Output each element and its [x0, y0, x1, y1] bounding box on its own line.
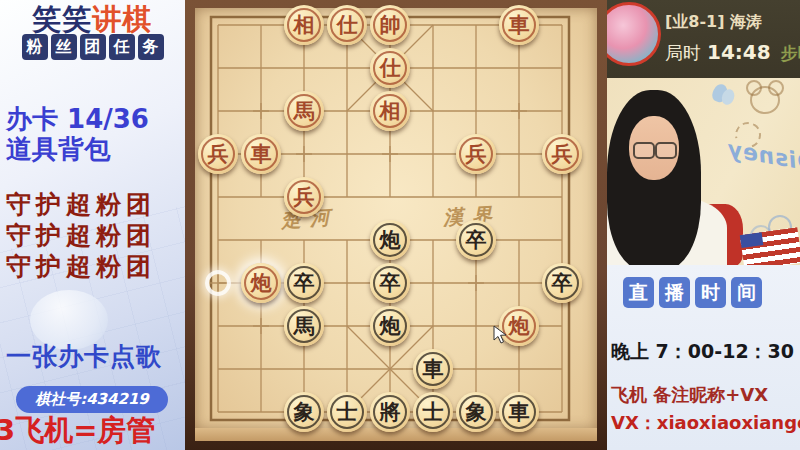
- game-clock-value: 14:48: [707, 40, 771, 64]
- move-clock-label: 步时: [781, 42, 800, 65]
- xiangqi-piece-red[interactable]: 兵: [284, 177, 324, 217]
- xiangqi-piece-red[interactable]: 兵: [542, 134, 582, 174]
- char-tile: 丝: [51, 34, 77, 60]
- piece-character: 兵: [552, 144, 573, 165]
- piece-character: 卒: [466, 230, 487, 251]
- live-time-tiles: 直播时间: [623, 277, 762, 308]
- char-tile: 播: [659, 277, 690, 308]
- game-clock-label: 局时: [665, 41, 701, 65]
- board-grid[interactable]: 相仕帥車仕馬相兵車兵兵兵炮卒炮卒卒卒馬炮炮車象士將士象車: [197, 4, 584, 434]
- xiangqi-piece-black[interactable]: 車: [413, 349, 453, 389]
- xiangqi-piece-red[interactable]: 車: [499, 5, 539, 45]
- piece-character: 卒: [294, 273, 315, 294]
- char-tile: 直: [623, 277, 654, 308]
- piece-character: 兵: [208, 144, 229, 165]
- piece-character: 炮: [509, 316, 530, 337]
- char-tile: 粉: [22, 34, 48, 60]
- piece-character: 車: [509, 402, 530, 423]
- char-tile: 团: [80, 34, 106, 60]
- piece-character: 炮: [380, 230, 401, 251]
- xiangqi-piece-black[interactable]: 將: [370, 392, 410, 432]
- char-tile: 务: [138, 34, 164, 60]
- xiangqi-piece-black[interactable]: 象: [456, 392, 496, 432]
- stream-screenshot: 笑笑讲棋 粉丝团任务 办卡 14/36 道具背包 守护超粉团 守护超粉团 守护超…: [0, 0, 800, 450]
- piece-character: 仕: [337, 15, 358, 36]
- stream-info-panel: 直播时间 晚上 7：00-12：30 飞机 备注昵称+VX VX：xiaoxia…: [607, 265, 800, 450]
- club-id-badge: 棋社号:434219: [16, 386, 168, 413]
- xiangqi-piece-red[interactable]: 兵: [456, 134, 496, 174]
- player-name: [业8-1] 海涛: [665, 12, 762, 33]
- guard-line-1: 守护超粉团: [6, 188, 156, 221]
- piece-character: 車: [251, 144, 272, 165]
- xiangqi-piece-black[interactable]: 卒: [542, 263, 582, 303]
- flag-shape: [740, 227, 800, 265]
- piece-character: 車: [509, 15, 530, 36]
- piece-character: 相: [380, 101, 401, 122]
- piece-character: 兵: [466, 144, 487, 165]
- piece-character: 兵: [294, 187, 315, 208]
- move-highlight-ring: [205, 270, 231, 296]
- xiangqi-piece-black[interactable]: 炮: [370, 306, 410, 346]
- item-bag-label: 道具背包: [6, 132, 110, 167]
- fan-club-task-tiles: 粉丝团任务: [0, 34, 185, 60]
- xiangqi-piece-black[interactable]: 卒: [456, 220, 496, 260]
- xiangqi-piece-black[interactable]: 士: [327, 392, 367, 432]
- guard-line-2: 守护超粉团: [6, 219, 156, 252]
- channel-title-part2: 讲棋: [93, 2, 153, 36]
- left-sidebar: 笑笑讲棋 粉丝团任务 办卡 14/36 道具背包 守护超粉团 守护超粉团 守护超…: [0, 0, 185, 450]
- piece-character: 相: [294, 15, 315, 36]
- webcam-feed: Disney: [607, 78, 800, 265]
- fly-note-text: 飞机 备注昵称+VX: [611, 383, 768, 407]
- player-info-header: [业8-1] 海涛 局时 14:48 步时: [607, 0, 800, 78]
- bear-doodle-icon: [750, 86, 780, 114]
- song-request-line: 一张办卡点歌: [6, 340, 162, 373]
- piece-character: 炮: [251, 273, 272, 294]
- vx-contact-text: VX：xiaoxiaoxiangqi: [611, 411, 800, 435]
- piece-character: 象: [294, 402, 315, 423]
- piece-character: 士: [337, 402, 358, 423]
- piece-character: 卒: [552, 273, 573, 294]
- char-tile: 间: [731, 277, 762, 308]
- xiangqi-piece-red[interactable]: 相: [370, 91, 410, 131]
- right-panel: [业8-1] 海涛 局时 14:48 步时 Disney 直播时间 晚上 7：0…: [607, 0, 800, 450]
- xiangqi-piece-black[interactable]: 卒: [370, 263, 410, 303]
- xiangqi-piece-red[interactable]: 仕: [327, 5, 367, 45]
- xiangqi-piece-black[interactable]: 象: [284, 392, 324, 432]
- piece-character: 車: [423, 359, 444, 380]
- xiangqi-piece-black[interactable]: 炮: [370, 220, 410, 260]
- schedule-text: 晚上 7：00-12：30: [611, 339, 794, 365]
- xiangqi-piece-red[interactable]: 炮: [241, 263, 281, 303]
- player-avatar[interactable]: [607, 2, 661, 66]
- xiangqi-piece-red[interactable]: 車: [241, 134, 281, 174]
- xiangqi-piece-red[interactable]: 兵: [198, 134, 238, 174]
- xiangqi-piece-black[interactable]: 馬: [284, 306, 324, 346]
- xiangqi-piece-red[interactable]: 仕: [370, 48, 410, 88]
- streamer-glasses: [633, 142, 677, 157]
- piece-character: 士: [423, 402, 444, 423]
- piece-character: 炮: [380, 316, 401, 337]
- char-tile: 任: [109, 34, 135, 60]
- xiangqi-piece-red[interactable]: 帥: [370, 5, 410, 45]
- clock-row: 局时 14:48 步时: [665, 40, 800, 65]
- butterfly-doodle-icon: [710, 82, 729, 104]
- xiangqi-board-panel: 楚河 漢界 相仕帥車仕馬相兵車兵兵兵炮卒炮卒卒卒馬炮炮車象士將士象車: [185, 0, 607, 450]
- guard-line-3: 守护超粉团: [6, 250, 156, 283]
- piece-character: 馬: [294, 101, 315, 122]
- mouse-cursor-icon: [493, 325, 509, 345]
- piece-character: 將: [380, 402, 401, 423]
- piece-character: 馬: [294, 316, 315, 337]
- plane-admin-line: 3飞机=房管: [0, 411, 155, 450]
- piece-character: 帥: [380, 15, 401, 36]
- xiangqi-piece-black[interactable]: 卒: [284, 263, 324, 303]
- char-tile: 时: [695, 277, 726, 308]
- piece-character: 象: [466, 402, 487, 423]
- piece-character: 卒: [380, 273, 401, 294]
- xiangqi-piece-black[interactable]: 士: [413, 392, 453, 432]
- piece-character: 仕: [380, 58, 401, 79]
- xiangqi-piece-red[interactable]: 相: [284, 5, 324, 45]
- xiangqi-piece-black[interactable]: 車: [499, 392, 539, 432]
- channel-title-part1: 笑笑: [33, 2, 93, 36]
- xiangqi-piece-red[interactable]: 馬: [284, 91, 324, 131]
